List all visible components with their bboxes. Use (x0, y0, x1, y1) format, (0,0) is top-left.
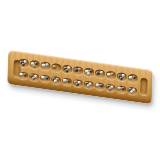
pit-r1-c3 (41, 62, 51, 71)
stone-dark (132, 75, 135, 79)
pit-r1-c10 (117, 72, 127, 81)
pit-r1-c4 (52, 63, 62, 72)
stone-ivory (54, 80, 57, 84)
mancala-store-right (140, 77, 148, 95)
stone-amber (108, 87, 111, 91)
pit-r2-c8 (95, 82, 105, 91)
mancala-board (7, 50, 153, 104)
pit-r2-c9 (106, 83, 116, 92)
stone-dark (45, 76, 48, 80)
pit-r2-c4 (51, 76, 61, 85)
stone-dark (121, 86, 124, 90)
stone-amber (78, 68, 81, 72)
pit-r1-c7 (84, 68, 94, 77)
pit-r1-c8 (95, 69, 105, 78)
pit-r1-c5 (63, 65, 73, 74)
pit-r2-c1 (18, 71, 28, 80)
pit-grid (8, 50, 153, 70)
pit-r2-c2 (29, 73, 39, 82)
product-photo (0, 0, 160, 160)
pit-r1-c11 (128, 74, 138, 83)
pit-r2-c3 (40, 74, 50, 83)
stone-dark (67, 79, 70, 83)
pit-r1-c6 (73, 66, 83, 75)
stone-ivory (130, 90, 133, 94)
stone-dark (23, 73, 26, 77)
stone-amber (53, 65, 56, 69)
stone-ivory (100, 71, 103, 75)
stone-pearl (87, 84, 90, 88)
stone-amber (32, 77, 35, 81)
pit-r1-c9 (106, 71, 116, 80)
pit-r2-c11 (127, 86, 137, 95)
stone-dark (99, 83, 102, 87)
stone-pearl (45, 63, 48, 67)
stone-amber (111, 72, 114, 76)
pit-r1-c2 (30, 60, 40, 69)
stone-dark (76, 83, 79, 87)
pit-r2-c5 (62, 77, 72, 86)
pit-r2-c10 (117, 85, 127, 94)
pit-r2-c7 (84, 80, 94, 89)
pit-r2-c6 (73, 79, 83, 88)
pit-r1-c1 (19, 59, 29, 68)
